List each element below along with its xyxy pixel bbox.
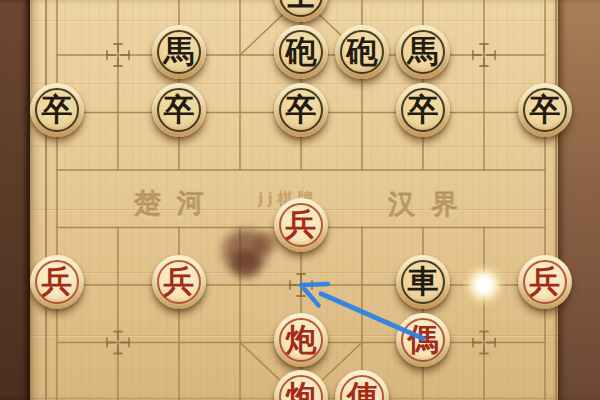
xiangqi-game-screen: 楚河 jj棋牌 汉界 士馬砲砲馬卒卒卒卒卒兵兵兵車兵炮傌炮俥 bbox=[0, 0, 600, 400]
move-arrow-layer bbox=[0, 0, 600, 400]
